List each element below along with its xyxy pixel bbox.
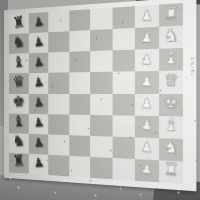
square-b3[interactable]: [112, 28, 135, 51]
piece-white-knight[interactable]: ♞: [158, 138, 183, 157]
board-edge-brand-text: Chess: [190, 57, 196, 133]
square-d8[interactable]: ♛: [9, 73, 28, 93]
piece-white-pawn[interactable]: ♟: [135, 74, 159, 89]
piece-black-rook[interactable]: ♜: [8, 153, 29, 170]
square-d5[interactable]: [69, 72, 90, 93]
square-c1[interactable]: ♝: [159, 48, 183, 71]
square-b5[interactable]: [69, 30, 90, 52]
square-a6[interactable]: [48, 11, 69, 33]
piece-white-rook[interactable]: ♜: [158, 160, 183, 180]
square-d6[interactable]: [48, 73, 69, 94]
square-c4[interactable]: [90, 51, 112, 73]
square-a1[interactable]: ♜: [159, 3, 183, 27]
square-d7[interactable]: ♟: [28, 73, 48, 93]
square-e2[interactable]: ♟: [135, 93, 159, 115]
square-h5[interactable]: [69, 156, 90, 178]
square-a4[interactable]: [90, 8, 112, 31]
square-c6[interactable]: [48, 52, 69, 73]
chessboard: ♜♟♟♜♞♟♟♞♝♟♟♝♛♟♟♛♚♟♟♚♝♟♟♝♞♟♟♞♜♟♟♜ Chess: [4, 0, 196, 191]
square-f7[interactable]: ♟: [28, 114, 48, 135]
board-grid: ♜♟♟♜♞♟♟♞♝♟♟♝♛♟♟♛♚♟♟♚♝♟♟♝♞♟♟♞♜♟♟♜: [9, 3, 183, 184]
piece-black-pawn[interactable]: ♟: [28, 54, 49, 70]
piece-white-king[interactable]: ♚: [158, 94, 183, 112]
square-d4[interactable]: [90, 72, 112, 93]
square-g2[interactable]: ♟: [135, 137, 159, 160]
square-g6[interactable]: [48, 134, 69, 155]
piece-black-knight[interactable]: ♞: [8, 33, 29, 52]
piece-black-king[interactable]: ♚: [8, 93, 29, 111]
square-c3[interactable]: [112, 50, 135, 72]
square-a3[interactable]: [112, 6, 135, 29]
square-f3[interactable]: [112, 115, 135, 137]
piece-white-pawn[interactable]: ♟: [135, 117, 159, 132]
square-a5[interactable]: [69, 9, 90, 31]
square-g5[interactable]: [69, 135, 90, 157]
piece-black-pawn[interactable]: ♟: [28, 33, 49, 49]
square-c7[interactable]: ♟: [28, 53, 48, 74]
square-c5[interactable]: [69, 51, 90, 72]
piece-black-bishop[interactable]: ♝: [8, 53, 29, 71]
square-a8[interactable]: ♜: [9, 13, 28, 34]
piece-white-pawn[interactable]: ♟: [135, 8, 159, 22]
square-e1[interactable]: ♚: [159, 93, 183, 116]
square-e7[interactable]: ♟: [28, 94, 48, 114]
square-h4[interactable]: [90, 157, 112, 180]
square-b4[interactable]: [90, 29, 112, 51]
square-g3[interactable]: [112, 136, 135, 159]
piece-black-pawn[interactable]: ♟: [28, 156, 49, 170]
piece-black-pawn[interactable]: ♟: [28, 135, 49, 150]
square-h1[interactable]: ♜: [159, 160, 183, 184]
piece-white-pawn[interactable]: ♟: [135, 52, 159, 66]
square-g7[interactable]: ♟: [28, 134, 48, 155]
square-f4[interactable]: [90, 115, 112, 137]
square-e8[interactable]: ♚: [9, 94, 28, 114]
piece-black-knight[interactable]: ♞: [8, 133, 29, 150]
piece-black-pawn[interactable]: ♟: [28, 74, 49, 89]
square-a2[interactable]: ♟: [135, 5, 159, 28]
chess-photo-scene: ♜♟♟♜♞♟♟♞♝♟♟♝♛♟♟♛♚♟♟♚♝♟♟♝♞♟♟♞♜♟♟♜ Chess: [0, 0, 200, 200]
piece-black-pawn[interactable]: ♟: [28, 13, 49, 29]
piece-black-queen[interactable]: ♛: [8, 73, 29, 91]
square-c8[interactable]: ♝: [9, 53, 28, 73]
piece-white-queen[interactable]: ♛: [158, 71, 183, 89]
piece-white-pawn[interactable]: ♟: [135, 95, 159, 110]
square-g4[interactable]: [90, 136, 112, 158]
piece-white-rook[interactable]: ♜: [158, 4, 183, 21]
square-f6[interactable]: [48, 114, 69, 135]
piece-white-knight[interactable]: ♞: [158, 27, 183, 44]
square-d3[interactable]: [112, 72, 135, 94]
piece-white-pawn[interactable]: ♟: [135, 30, 159, 44]
square-b6[interactable]: [48, 31, 69, 52]
square-b2[interactable]: ♟: [135, 27, 159, 50]
square-b1[interactable]: ♞: [159, 26, 183, 49]
piece-white-pawn[interactable]: ♟: [135, 161, 159, 177]
square-b8[interactable]: ♞: [9, 33, 28, 54]
piece-black-rook[interactable]: ♜: [8, 13, 29, 32]
film-grain-light-specks: [0, 0, 1, 1]
piece-black-pawn[interactable]: ♟: [28, 115, 49, 130]
piece-black-pawn[interactable]: ♟: [28, 94, 49, 109]
square-h2[interactable]: ♟: [135, 159, 159, 182]
square-h3[interactable]: [112, 158, 135, 181]
square-a7[interactable]: ♟: [28, 12, 48, 33]
square-f2[interactable]: ♟: [135, 115, 159, 138]
square-d1[interactable]: ♛: [159, 71, 183, 94]
square-h6[interactable]: [48, 155, 69, 177]
square-h7[interactable]: ♟: [28, 154, 48, 175]
piece-white-bishop[interactable]: ♝: [158, 116, 183, 135]
square-h8[interactable]: ♜: [9, 153, 28, 174]
square-e6[interactable]: [48, 94, 69, 115]
square-f5[interactable]: [69, 114, 90, 135]
square-c2[interactable]: ♟: [135, 49, 159, 72]
piece-white-bishop[interactable]: ♝: [158, 49, 183, 67]
piece-black-bishop[interactable]: ♝: [8, 113, 29, 130]
square-e4[interactable]: [90, 93, 112, 114]
square-e5[interactable]: [69, 94, 90, 115]
square-b7[interactable]: ♟: [28, 32, 48, 53]
board-surface: ♜♟♟♜♞♟♟♞♝♟♟♝♛♟♟♛♚♟♟♚♝♟♟♝♞♟♟♞♜♟♟♜ Chess: [4, 0, 196, 191]
square-e3[interactable]: [112, 93, 135, 115]
square-f1[interactable]: ♝: [159, 116, 183, 139]
square-d2[interactable]: ♟: [135, 71, 159, 93]
piece-white-pawn[interactable]: ♟: [135, 139, 159, 155]
